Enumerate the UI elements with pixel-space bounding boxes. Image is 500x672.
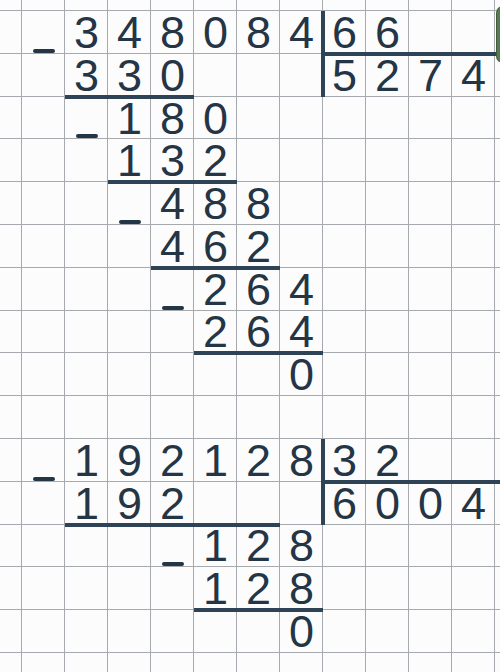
digit-cell: 1	[194, 439, 237, 482]
digit-cell: 2	[366, 54, 409, 97]
digit-cell: 8	[194, 182, 237, 225]
digit-cell: 6	[237, 311, 280, 354]
digit-cell: 9	[108, 482, 151, 525]
digit-cell: 6	[237, 268, 280, 311]
digit-cell: 6	[323, 11, 366, 54]
green-edge-button[interactable]	[496, 6, 500, 63]
digit-cell: 8	[280, 525, 323, 568]
digit-cell: 1	[65, 439, 108, 482]
digit-cell: 8	[237, 11, 280, 54]
digit-cell: 1	[108, 139, 151, 182]
digit-cell: 0	[280, 610, 323, 653]
digit-cell: 4	[452, 482, 495, 525]
digit-cell: 1	[65, 482, 108, 525]
digit-cell: 2	[237, 225, 280, 268]
digit-cell: 8	[151, 97, 194, 140]
digit-cell: 4	[280, 268, 323, 311]
digit-cell: 2	[237, 525, 280, 568]
digit-cell: 0	[194, 97, 237, 140]
digit-cell: 3	[65, 11, 108, 54]
digit-cell: 8	[151, 11, 194, 54]
minus-sign	[76, 134, 98, 138]
worksheet-grid: 3480846633052741801324884622642640192128…	[0, 0, 500, 672]
digit-cell: 0	[409, 482, 452, 525]
digit-cell: 6	[323, 482, 366, 525]
subtraction-underline	[194, 351, 323, 355]
division-bracket-rule	[323, 480, 500, 484]
minus-sign	[162, 306, 184, 310]
digit-cell: 5	[323, 54, 366, 97]
digit-cell: 2	[151, 439, 194, 482]
digit-cell: 1	[194, 567, 237, 610]
digit-cell: 6	[194, 225, 237, 268]
digit-cell: 8	[280, 567, 323, 610]
digit-cell: 3	[323, 439, 366, 482]
digit-cell: 4	[108, 11, 151, 54]
digit-cell: 0	[280, 353, 323, 396]
digit-cell: 8	[237, 182, 280, 225]
digit-cell: 2	[194, 311, 237, 354]
digit-cell: 3	[151, 139, 194, 182]
digit-cell: 2	[151, 482, 194, 525]
subtraction-underline	[65, 523, 280, 527]
minus-sign	[33, 49, 55, 53]
digit-cell: 1	[194, 525, 237, 568]
subtraction-underline	[108, 180, 237, 184]
digit-cell: 1	[108, 97, 151, 140]
digit-cell: 2	[237, 439, 280, 482]
digit-cell: 7	[409, 54, 452, 97]
minus-sign	[119, 220, 141, 224]
digits-layer: 3480846633052741801324884622642640192128…	[0, 0, 500, 672]
digit-cell: 4	[280, 11, 323, 54]
digit-cell: 2	[237, 567, 280, 610]
digit-cell: 4	[151, 225, 194, 268]
digit-cell: 2	[194, 139, 237, 182]
digit-cell: 4	[452, 54, 495, 97]
subtraction-underline	[65, 95, 194, 99]
subtraction-underline	[194, 608, 323, 612]
digit-cell: 8	[280, 439, 323, 482]
digit-cell: 9	[108, 439, 151, 482]
digit-cell: 3	[65, 54, 108, 97]
minus-sign	[162, 562, 184, 566]
digit-cell: 2	[194, 268, 237, 311]
digit-cell: 0	[151, 54, 194, 97]
digit-cell: 4	[151, 182, 194, 225]
division-bracket-rule	[323, 52, 500, 56]
digit-cell: 6	[366, 11, 409, 54]
digit-cell: 0	[366, 482, 409, 525]
digit-cell: 0	[194, 11, 237, 54]
subtraction-underline	[151, 266, 280, 270]
minus-sign	[33, 477, 55, 481]
digit-cell: 4	[280, 311, 323, 354]
digit-cell: 3	[108, 54, 151, 97]
digit-cell: 2	[366, 439, 409, 482]
